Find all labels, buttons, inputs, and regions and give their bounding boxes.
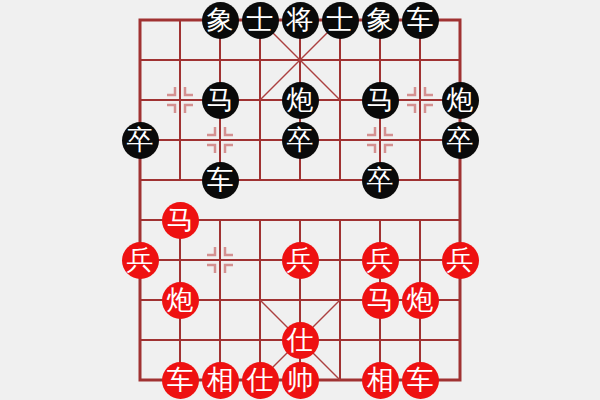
pieces-layer: 象士将士象车马炮马炮卒卒卒车卒马兵兵兵兵炮马炮仕车相仕帅相车	[120, 0, 480, 400]
piece-black-cannon[interactable]: 炮	[442, 82, 479, 119]
piece-red-advisor[interactable]: 仕	[282, 322, 319, 359]
piece-black-elephant[interactable]: 象	[362, 2, 399, 39]
piece-black-soldier[interactable]: 卒	[442, 122, 479, 159]
piece-red-soldier[interactable]: 兵	[362, 242, 399, 279]
piece-red-horse[interactable]: 马	[162, 202, 199, 239]
piece-red-elephant[interactable]: 相	[362, 362, 399, 399]
piece-red-horse[interactable]: 马	[362, 282, 399, 319]
piece-red-chariot[interactable]: 车	[402, 362, 439, 399]
piece-black-chariot[interactable]: 车	[402, 2, 439, 39]
piece-red-advisor[interactable]: 仕	[242, 362, 279, 399]
piece-red-soldier[interactable]: 兵	[442, 242, 479, 279]
piece-red-cannon[interactable]: 炮	[402, 282, 439, 319]
piece-red-elephant[interactable]: 相	[202, 362, 239, 399]
piece-black-advisor[interactable]: 士	[242, 2, 279, 39]
piece-red-general[interactable]: 帅	[282, 362, 319, 399]
piece-red-soldier[interactable]: 兵	[122, 242, 159, 279]
piece-black-soldier[interactable]: 卒	[122, 122, 159, 159]
piece-black-soldier[interactable]: 卒	[362, 162, 399, 199]
piece-black-chariot[interactable]: 车	[202, 162, 239, 199]
piece-black-elephant[interactable]: 象	[202, 2, 239, 39]
piece-red-cannon[interactable]: 炮	[162, 282, 199, 319]
piece-red-chariot[interactable]: 车	[162, 362, 199, 399]
piece-black-general[interactable]: 将	[282, 2, 319, 39]
piece-red-soldier[interactable]: 兵	[282, 242, 319, 279]
piece-black-advisor[interactable]: 士	[322, 2, 359, 39]
piece-black-soldier[interactable]: 卒	[282, 122, 319, 159]
piece-black-cannon[interactable]: 炮	[282, 82, 319, 119]
piece-black-horse[interactable]: 马	[202, 82, 239, 119]
xiangqi-board: 象士将士象车马炮马炮卒卒卒车卒马兵兵兵兵炮马炮仕车相仕帅相车	[120, 0, 480, 400]
piece-black-horse[interactable]: 马	[362, 82, 399, 119]
